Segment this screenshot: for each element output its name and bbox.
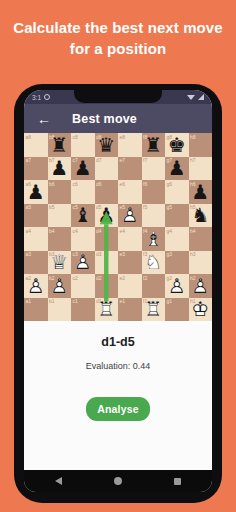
square-coordinate: d7 (96, 157, 102, 163)
square-e6[interactable]: e6 (118, 180, 142, 204)
phone-notch (74, 90, 162, 103)
status-left: 3:1 (32, 94, 50, 101)
square-coordinate: a1 (26, 298, 32, 304)
square-coordinate: f7 (143, 157, 147, 163)
black-piece-b: ♝ (71, 204, 95, 228)
back-arrow-icon[interactable]: ← (37, 112, 51, 126)
black-piece-k: ♚ (165, 133, 189, 157)
square-h2[interactable]: h2♟♙ (189, 274, 213, 298)
square-c3[interactable]: c3♟♙ (71, 251, 95, 275)
square-f3[interactable]: f3♞♘ (142, 251, 166, 275)
nav-recents-icon[interactable] (174, 478, 181, 485)
square-f2[interactable]: f2 (142, 274, 166, 298)
android-nav-bar (24, 470, 212, 492)
square-g7[interactable]: g7♟ (165, 157, 189, 181)
white-piece-p: ♟♙ (71, 251, 95, 275)
square-e4[interactable]: e4 (118, 227, 142, 251)
square-a6[interactable]: a6♟ (24, 180, 48, 204)
black-piece-n: ♞ (189, 204, 213, 228)
square-f6[interactable]: f6 (142, 180, 166, 204)
app-store-screenshot: Calculate the best next move for a posit… (0, 0, 236, 512)
banner-headline: Calculate the best next move for a posit… (0, 0, 236, 59)
wifi-icon (187, 95, 195, 100)
white-piece-p: ♟♙ (48, 274, 72, 298)
square-coordinate: b1 (49, 298, 55, 304)
square-g5[interactable]: g5 (165, 204, 189, 228)
chess-board[interactable]: a8b8♜c8d8♛e8f8♜g8♚h8a7b7♟c7♟d7e7f7g7♟h7a… (24, 133, 212, 321)
square-e7[interactable]: e7 (118, 157, 142, 181)
square-coordinate: a3 (26, 251, 32, 257)
black-piece-p: ♟ (95, 204, 119, 228)
app-bar: ← Best move (24, 104, 212, 133)
square-e2[interactable]: e2 (118, 274, 142, 298)
square-a4[interactable]: a4 (24, 227, 48, 251)
square-h4[interactable]: h4 (189, 227, 213, 251)
square-b6[interactable]: b6 (48, 180, 72, 204)
square-coordinate: c2 (73, 275, 78, 281)
square-coordinate: c1 (73, 298, 78, 304)
white-piece-q: ♛♕ (48, 251, 72, 275)
square-b8[interactable]: b8♜ (48, 133, 72, 157)
black-piece-r: ♜ (48, 133, 72, 157)
square-d4[interactable]: d4 (95, 227, 119, 251)
square-h3[interactable]: h3 (189, 251, 213, 275)
square-coordinate: b6 (49, 181, 55, 187)
square-d6[interactable]: d6 (95, 180, 119, 204)
black-piece-q: ♛ (95, 133, 119, 157)
square-a7[interactable]: a7 (24, 157, 48, 181)
square-d7[interactable]: d7 (95, 157, 119, 181)
status-right (187, 94, 204, 100)
square-coordinate: g5 (167, 204, 173, 210)
square-e5[interactable]: e5♟♙ (118, 204, 142, 228)
signal-icon (198, 94, 204, 100)
black-piece-r: ♜ (142, 133, 166, 157)
square-h7[interactable]: h7 (189, 157, 213, 181)
app-bar-title: Best move (72, 112, 137, 126)
square-coordinate: e8 (120, 134, 126, 140)
square-coordinate: b4 (49, 228, 55, 234)
square-coordinate: g6 (167, 181, 173, 187)
evaluation-label: Evaluation: 0.44 (86, 361, 151, 371)
square-f7[interactable]: f7 (142, 157, 166, 181)
square-h5[interactable]: h5♞ (189, 204, 213, 228)
square-coordinate: c8 (73, 134, 78, 140)
white-piece-p: ♟♙ (165, 274, 189, 298)
white-piece-r: ♜♖ (142, 298, 166, 322)
square-a2[interactable]: a2♟♙ (24, 274, 48, 298)
square-g3[interactable]: g3 (165, 251, 189, 275)
analyse-button[interactable]: Analyse (86, 397, 150, 421)
square-coordinate: g3 (167, 251, 173, 257)
square-h1[interactable]: h1♚♔ (189, 298, 213, 322)
square-c8[interactable]: c8 (71, 133, 95, 157)
square-coordinate: d6 (96, 181, 102, 187)
square-coordinate: b5 (49, 204, 55, 210)
square-d3[interactable]: d3 (95, 251, 119, 275)
square-d1[interactable]: d1♜♖ (95, 298, 119, 322)
square-f8[interactable]: f8♜ (142, 133, 166, 157)
square-coordinate: f2 (143, 275, 147, 281)
square-c1[interactable]: c1 (71, 298, 95, 322)
square-coordinate: a5 (26, 204, 32, 210)
square-coordinate: d4 (96, 228, 102, 234)
nav-back-icon[interactable] (55, 477, 62, 485)
white-piece-p: ♟♙ (189, 274, 213, 298)
nav-home-icon[interactable] (114, 477, 122, 485)
square-coordinate: d2 (96, 275, 102, 281)
square-coordinate: d3 (96, 251, 102, 257)
square-d2[interactable]: d2 (95, 274, 119, 298)
black-piece-p: ♟ (48, 157, 72, 181)
square-coordinate: g4 (167, 228, 173, 234)
square-e1[interactable]: e1 (118, 298, 142, 322)
square-e3[interactable]: e3 (118, 251, 142, 275)
square-coordinate: f5 (143, 204, 147, 210)
white-piece-p: ♟♙ (24, 274, 48, 298)
square-coordinate: a8 (26, 134, 32, 140)
headline-line-1: Calculate the best next move (0, 17, 236, 38)
white-piece-k: ♚♔ (189, 298, 213, 322)
square-h8[interactable]: h8 (189, 133, 213, 157)
square-g8[interactable]: g8♚ (165, 133, 189, 157)
square-f1[interactable]: f1♜♖ (142, 298, 166, 322)
square-coordinate: e2 (120, 275, 126, 281)
square-g4[interactable]: g4 (165, 227, 189, 251)
square-coordinate: e3 (120, 251, 126, 257)
square-coordinate: h3 (190, 251, 196, 257)
square-a5[interactable]: a5 (24, 204, 48, 228)
square-coordinate: h7 (190, 157, 196, 163)
square-d5[interactable]: d5♟ (95, 204, 119, 228)
square-c7[interactable]: c7♟ (71, 157, 95, 181)
status-time: 3:1 (32, 94, 41, 101)
square-b1[interactable]: b1 (48, 298, 72, 322)
phone-screen: 3:1 ← Best move a8b8♜c8d8♛e8f8♜g8♚h8a7b7… (24, 90, 212, 492)
square-coordinate: e4 (120, 228, 126, 234)
square-coordinate: c4 (73, 228, 78, 234)
phone-frame: 3:1 ← Best move a8b8♜c8d8♛e8f8♜g8♚h8a7b7… (14, 84, 222, 503)
square-f4[interactable]: f4♝♗ (142, 227, 166, 251)
square-g6[interactable]: g6 (165, 180, 189, 204)
square-g1[interactable]: g1 (165, 298, 189, 322)
square-coordinate: h4 (190, 228, 196, 234)
square-coordinate: e6 (120, 181, 126, 187)
square-coordinate: g1 (167, 298, 173, 304)
square-c5[interactable]: c5♝ (71, 204, 95, 228)
white-piece-r: ♜♖ (95, 298, 119, 322)
square-coordinate: e7 (120, 157, 126, 163)
white-piece-n: ♞♘ (142, 251, 166, 275)
square-b5[interactable]: b5 (48, 204, 72, 228)
square-b7[interactable]: b7♟ (48, 157, 72, 181)
square-c6[interactable]: c6 (71, 180, 95, 204)
square-h6[interactable]: h6♟ (189, 180, 213, 204)
best-move-label: d1-d5 (101, 335, 134, 349)
square-coordinate: a7 (26, 157, 32, 163)
square-coordinate: h8 (190, 134, 196, 140)
square-a8[interactable]: a8 (24, 133, 48, 157)
square-g2[interactable]: g2♟♙ (165, 274, 189, 298)
square-b2[interactable]: b2♟♙ (48, 274, 72, 298)
square-a3[interactable]: a3 (24, 251, 48, 275)
white-piece-b: ♝♗ (142, 227, 166, 251)
black-piece-p: ♟ (71, 157, 95, 181)
square-coordinate: a4 (26, 228, 32, 234)
square-coordinate: f6 (143, 181, 147, 187)
square-e8[interactable]: e8 (118, 133, 142, 157)
square-coordinate: e1 (120, 298, 126, 304)
square-coordinate: c6 (73, 181, 78, 187)
square-c2[interactable]: c2 (71, 274, 95, 298)
black-piece-p: ♟ (24, 180, 48, 204)
white-piece-p: ♟♙ (118, 204, 142, 228)
square-b4[interactable]: b4 (48, 227, 72, 251)
square-d8[interactable]: d8♛ (95, 133, 119, 157)
square-c4[interactable]: c4 (71, 227, 95, 251)
square-f5[interactable]: f5 (142, 204, 166, 228)
notification-icon (44, 94, 50, 100)
square-b3[interactable]: b3♛♕ (48, 251, 72, 275)
analysis-panel: d1-d5 Evaluation: 0.44 Analyse (24, 321, 212, 470)
black-piece-p: ♟ (189, 180, 213, 204)
headline-line-2: for a position (0, 38, 236, 59)
square-a1[interactable]: a1 (24, 298, 48, 322)
black-piece-p: ♟ (165, 157, 189, 181)
